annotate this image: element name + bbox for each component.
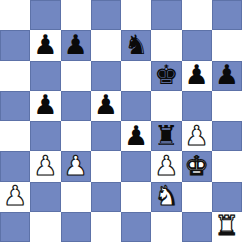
square-g8[interactable] bbox=[182, 0, 212, 30]
square-a3[interactable] bbox=[0, 151, 30, 181]
square-a5[interactable] bbox=[0, 91, 30, 121]
square-d8[interactable] bbox=[91, 0, 121, 30]
square-b3[interactable]: ♟ bbox=[30, 151, 60, 181]
square-f5[interactable] bbox=[151, 91, 181, 121]
white-pawn-piece[interactable]: ♟ bbox=[33, 152, 57, 179]
chess-board-container: ♟♟♞♚♟♟♟♟♟♜♟♟♟♟♚♟♞♜ bbox=[0, 0, 242, 242]
black-knight-piece[interactable]: ♞ bbox=[124, 31, 148, 58]
square-c5[interactable] bbox=[61, 91, 91, 121]
square-h6[interactable]: ♟ bbox=[212, 61, 242, 91]
black-pawn-piece[interactable]: ♟ bbox=[215, 61, 239, 88]
square-c3[interactable]: ♟ bbox=[61, 151, 91, 181]
square-f3[interactable]: ♟ bbox=[151, 151, 181, 181]
square-f7[interactable] bbox=[151, 30, 181, 60]
square-f6[interactable]: ♚ bbox=[151, 61, 181, 91]
square-h2[interactable] bbox=[212, 182, 242, 212]
square-g5[interactable] bbox=[182, 91, 212, 121]
square-d5[interactable]: ♟ bbox=[91, 91, 121, 121]
square-g6[interactable]: ♟ bbox=[182, 61, 212, 91]
black-pawn-piece[interactable]: ♟ bbox=[64, 31, 88, 58]
white-pawn-piece[interactable]: ♟ bbox=[185, 122, 209, 149]
square-g3[interactable]: ♚ bbox=[182, 151, 212, 181]
square-h7[interactable] bbox=[212, 30, 242, 60]
square-e3[interactable] bbox=[121, 151, 151, 181]
white-rook-piece[interactable]: ♜ bbox=[215, 212, 239, 239]
square-e4[interactable]: ♟ bbox=[121, 121, 151, 151]
square-g4[interactable]: ♟ bbox=[182, 121, 212, 151]
square-e8[interactable] bbox=[121, 0, 151, 30]
square-b5[interactable]: ♟ bbox=[30, 91, 60, 121]
square-h4[interactable] bbox=[212, 121, 242, 151]
black-pawn-piece[interactable]: ♟ bbox=[185, 61, 209, 88]
square-f1[interactable] bbox=[151, 212, 181, 242]
square-a6[interactable] bbox=[0, 61, 30, 91]
square-a4[interactable] bbox=[0, 121, 30, 151]
square-b1[interactable] bbox=[30, 212, 60, 242]
square-a1[interactable] bbox=[0, 212, 30, 242]
square-d6[interactable] bbox=[91, 61, 121, 91]
square-e5[interactable] bbox=[121, 91, 151, 121]
white-pawn-piece[interactable]: ♟ bbox=[3, 182, 27, 209]
black-pawn-piece[interactable]: ♟ bbox=[124, 122, 148, 149]
square-b7[interactable]: ♟ bbox=[30, 30, 60, 60]
square-h3[interactable] bbox=[212, 151, 242, 181]
square-h5[interactable] bbox=[212, 91, 242, 121]
black-rook-piece[interactable]: ♜ bbox=[154, 122, 178, 149]
square-f8[interactable] bbox=[151, 0, 181, 30]
white-knight-piece[interactable]: ♞ bbox=[154, 182, 178, 209]
square-h8[interactable] bbox=[212, 0, 242, 30]
square-d3[interactable] bbox=[91, 151, 121, 181]
white-pawn-piece[interactable]: ♟ bbox=[64, 152, 88, 179]
black-king-piece[interactable]: ♚ bbox=[154, 61, 178, 88]
square-c8[interactable] bbox=[61, 0, 91, 30]
square-b4[interactable] bbox=[30, 121, 60, 151]
square-c2[interactable] bbox=[61, 182, 91, 212]
square-b2[interactable] bbox=[30, 182, 60, 212]
square-a7[interactable] bbox=[0, 30, 30, 60]
square-c1[interactable] bbox=[61, 212, 91, 242]
square-c7[interactable]: ♟ bbox=[61, 30, 91, 60]
square-b6[interactable] bbox=[30, 61, 60, 91]
square-e7[interactable]: ♞ bbox=[121, 30, 151, 60]
square-d1[interactable] bbox=[91, 212, 121, 242]
black-pawn-piece[interactable]: ♟ bbox=[94, 91, 118, 118]
square-e2[interactable] bbox=[121, 182, 151, 212]
square-c4[interactable] bbox=[61, 121, 91, 151]
black-pawn-piece[interactable]: ♟ bbox=[33, 31, 57, 58]
square-g2[interactable] bbox=[182, 182, 212, 212]
white-king-piece[interactable]: ♚ bbox=[185, 152, 209, 179]
white-pawn-piece[interactable]: ♟ bbox=[154, 152, 178, 179]
square-b8[interactable] bbox=[30, 0, 60, 30]
square-c6[interactable] bbox=[61, 61, 91, 91]
square-f2[interactable]: ♞ bbox=[151, 182, 181, 212]
square-d4[interactable] bbox=[91, 121, 121, 151]
square-e1[interactable] bbox=[121, 212, 151, 242]
square-f4[interactable]: ♜ bbox=[151, 121, 181, 151]
black-pawn-piece[interactable]: ♟ bbox=[33, 91, 57, 118]
square-d7[interactable] bbox=[91, 30, 121, 60]
square-a2[interactable]: ♟ bbox=[0, 182, 30, 212]
square-a8[interactable] bbox=[0, 0, 30, 30]
square-d2[interactable] bbox=[91, 182, 121, 212]
square-g1[interactable] bbox=[182, 212, 212, 242]
square-g7[interactable] bbox=[182, 30, 212, 60]
square-e6[interactable] bbox=[121, 61, 151, 91]
chess-board: ♟♟♞♚♟♟♟♟♟♜♟♟♟♟♚♟♞♜ bbox=[0, 0, 242, 242]
square-h1[interactable]: ♜ bbox=[212, 212, 242, 242]
